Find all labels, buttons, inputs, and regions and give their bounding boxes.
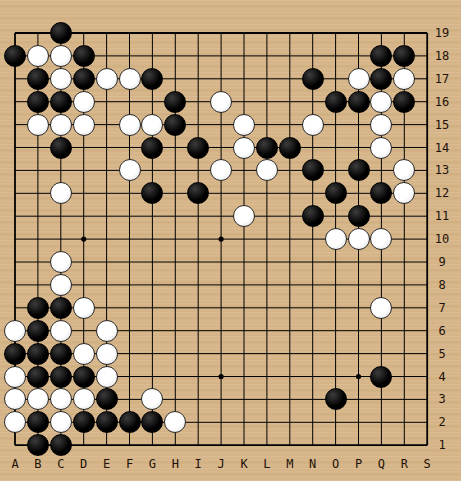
white-stone-D3[interactable]: [73, 388, 95, 410]
row-label-5: 5: [438, 348, 445, 360]
black-stone-N11[interactable]: [302, 205, 324, 227]
black-stone-B16[interactable]: [27, 91, 49, 113]
black-stone-R16[interactable]: [393, 91, 415, 113]
row-label-2: 2: [438, 416, 445, 428]
white-stone-D16[interactable]: [73, 91, 95, 113]
row-label-12: 12: [435, 187, 449, 199]
white-stone-K15[interactable]: [233, 114, 255, 136]
black-stone-D17[interactable]: [73, 68, 95, 90]
black-stone-F2[interactable]: [119, 411, 141, 433]
white-stone-C9[interactable]: [50, 251, 72, 273]
black-stone-C7[interactable]: [50, 297, 72, 319]
white-stone-A6[interactable]: [4, 320, 26, 342]
black-stone-D2[interactable]: [73, 411, 95, 433]
column-label-O: O: [332, 458, 339, 470]
black-stone-G14[interactable]: [141, 137, 163, 159]
white-stone-E17[interactable]: [96, 68, 118, 90]
hoshi-point: [356, 374, 361, 379]
black-stone-D4[interactable]: [73, 366, 95, 388]
black-stone-B1[interactable]: [27, 434, 49, 456]
white-stone-F17[interactable]: [119, 68, 141, 90]
white-stone-D7[interactable]: [73, 297, 95, 319]
black-stone-I14[interactable]: [187, 137, 209, 159]
column-label-Q: Q: [378, 458, 385, 470]
hoshi-point: [219, 237, 224, 242]
row-label-10: 10: [435, 233, 449, 245]
hoshi-point: [219, 374, 224, 379]
row-label-8: 8: [438, 279, 445, 291]
column-label-R: R: [401, 458, 408, 470]
black-stone-B17[interactable]: [27, 68, 49, 90]
white-stone-E5[interactable]: [96, 343, 118, 365]
black-stone-B4[interactable]: [27, 366, 49, 388]
black-stone-M14[interactable]: [279, 137, 301, 159]
white-stone-J16[interactable]: [210, 91, 232, 113]
black-stone-P16[interactable]: [348, 91, 370, 113]
black-stone-D18[interactable]: [73, 45, 95, 67]
row-label-6: 6: [438, 325, 445, 337]
black-stone-O16[interactable]: [325, 91, 347, 113]
column-label-E: E: [103, 458, 110, 470]
column-label-I: I: [195, 458, 202, 470]
row-label-19: 19: [435, 27, 449, 39]
black-stone-B6[interactable]: [27, 320, 49, 342]
column-label-A: A: [11, 458, 18, 470]
row-label-7: 7: [438, 302, 445, 314]
row-label-13: 13: [435, 164, 449, 176]
row-label-14: 14: [435, 142, 449, 154]
white-stone-C17[interactable]: [50, 68, 72, 90]
black-stone-N17[interactable]: [302, 68, 324, 90]
white-stone-C15[interactable]: [50, 114, 72, 136]
row-label-3: 3: [438, 393, 445, 405]
black-stone-C16[interactable]: [50, 91, 72, 113]
white-stone-C12[interactable]: [50, 182, 72, 204]
column-label-M: M: [286, 458, 293, 470]
column-label-J: J: [217, 458, 224, 470]
column-label-S: S: [424, 458, 431, 470]
white-stone-D15[interactable]: [73, 114, 95, 136]
white-stone-P17[interactable]: [348, 68, 370, 90]
black-stone-C14[interactable]: [50, 137, 72, 159]
row-label-16: 16: [435, 96, 449, 108]
row-label-15: 15: [435, 119, 449, 131]
white-stone-Q15[interactable]: [370, 114, 392, 136]
white-stone-A4[interactable]: [4, 366, 26, 388]
white-stone-Q16[interactable]: [370, 91, 392, 113]
white-stone-Q14[interactable]: [370, 137, 392, 159]
column-label-K: K: [240, 458, 247, 470]
white-stone-P10[interactable]: [348, 228, 370, 250]
column-label-C: C: [57, 458, 64, 470]
black-stone-C4[interactable]: [50, 366, 72, 388]
white-stone-F13[interactable]: [119, 159, 141, 181]
black-stone-C1[interactable]: [50, 434, 72, 456]
white-stone-C6[interactable]: [50, 320, 72, 342]
black-stone-A18[interactable]: [4, 45, 26, 67]
column-label-L: L: [263, 458, 270, 470]
black-stone-O12[interactable]: [325, 182, 347, 204]
white-stone-C2[interactable]: [50, 411, 72, 433]
black-stone-P13[interactable]: [348, 159, 370, 181]
row-label-9: 9: [438, 256, 445, 268]
white-stone-F15[interactable]: [119, 114, 141, 136]
hoshi-point: [81, 237, 86, 242]
white-stone-B18[interactable]: [27, 45, 49, 67]
white-stone-N15[interactable]: [302, 114, 324, 136]
black-stone-B5[interactable]: [27, 343, 49, 365]
black-stone-C19[interactable]: [50, 22, 72, 44]
row-label-11: 11: [435, 210, 449, 222]
column-label-P: P: [355, 458, 362, 470]
white-stone-E6[interactable]: [96, 320, 118, 342]
row-label-18: 18: [435, 50, 449, 62]
column-label-D: D: [80, 458, 87, 470]
black-stone-E3[interactable]: [96, 388, 118, 410]
white-stone-G15[interactable]: [141, 114, 163, 136]
black-stone-P11[interactable]: [348, 205, 370, 227]
white-stone-D5[interactable]: [73, 343, 95, 365]
black-stone-L14[interactable]: [256, 137, 278, 159]
black-stone-C5[interactable]: [50, 343, 72, 365]
black-stone-E2[interactable]: [96, 411, 118, 433]
black-stone-H16[interactable]: [164, 91, 186, 113]
white-stone-C8[interactable]: [50, 274, 72, 296]
column-label-H: H: [172, 458, 179, 470]
go-board[interactable]: 19181716151413121110987654321 ABCDEFGHIJ…: [0, 0, 461, 481]
column-label-N: N: [309, 458, 316, 470]
black-stone-H15[interactable]: [164, 114, 186, 136]
column-label-F: F: [126, 458, 133, 470]
white-stone-C18[interactable]: [50, 45, 72, 67]
row-label-4: 4: [438, 371, 445, 383]
black-stone-A5[interactable]: [4, 343, 26, 365]
column-label-B: B: [34, 458, 41, 470]
black-stone-B7[interactable]: [27, 297, 49, 319]
row-label-1: 1: [438, 439, 445, 451]
white-stone-K14[interactable]: [233, 137, 255, 159]
white-stone-B15[interactable]: [27, 114, 49, 136]
white-stone-O10[interactable]: [325, 228, 347, 250]
white-stone-E4[interactable]: [96, 366, 118, 388]
white-stone-R17[interactable]: [393, 68, 415, 90]
black-stone-Q4[interactable]: [370, 366, 392, 388]
black-stone-N13[interactable]: [302, 159, 324, 181]
black-stone-O3[interactable]: [325, 388, 347, 410]
row-label-17: 17: [435, 73, 449, 85]
column-label-G: G: [149, 458, 156, 470]
